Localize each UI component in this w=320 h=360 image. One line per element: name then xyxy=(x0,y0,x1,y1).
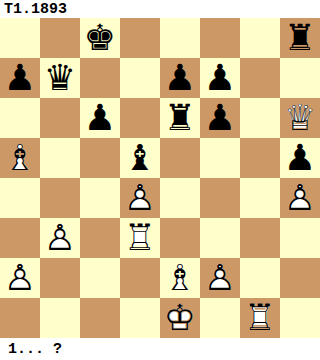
white-king-outline: ♔ xyxy=(160,298,200,338)
square-h8[interactable]: ♜ xyxy=(280,18,320,58)
square-h6[interactable]: ♛♕ xyxy=(280,98,320,138)
chess-board: ♚♜♟♛♟♟♟♜♟♛♕♝♗♝♟♟♙♟♙♟♙♜♖♟♙♝♗♟♙♚♔♜♖ xyxy=(0,18,320,338)
piece-black-king[interactable]: ♚ xyxy=(80,18,120,58)
piece-white-pawn[interactable]: ♟♙ xyxy=(0,258,40,298)
white-pawn-outline: ♙ xyxy=(280,178,320,218)
square-h5[interactable]: ♟ xyxy=(280,138,320,178)
white-pawn-outline: ♙ xyxy=(200,258,240,298)
square-c2[interactable] xyxy=(80,258,120,298)
square-h7[interactable] xyxy=(280,58,320,98)
white-bishop-outline: ♗ xyxy=(0,138,40,178)
piece-black-bishop[interactable]: ♝ xyxy=(120,138,160,178)
piece-white-pawn[interactable]: ♟♙ xyxy=(280,178,320,218)
square-g2[interactable] xyxy=(240,258,280,298)
piece-white-queen[interactable]: ♛♕ xyxy=(280,98,320,138)
piece-black-queen[interactable]: ♛ xyxy=(40,58,80,98)
square-f4[interactable] xyxy=(200,178,240,218)
square-g1[interactable]: ♜♖ xyxy=(240,298,280,338)
square-a2[interactable]: ♟♙ xyxy=(0,258,40,298)
square-d3[interactable]: ♜♖ xyxy=(120,218,160,258)
square-h1[interactable] xyxy=(280,298,320,338)
square-c3[interactable] xyxy=(80,218,120,258)
square-b4[interactable] xyxy=(40,178,80,218)
square-f2[interactable]: ♟♙ xyxy=(200,258,240,298)
square-a5[interactable]: ♝♗ xyxy=(0,138,40,178)
square-b5[interactable] xyxy=(40,138,80,178)
black-queen-glyph: ♛ xyxy=(40,58,80,98)
square-c6[interactable]: ♟ xyxy=(80,98,120,138)
square-b7[interactable]: ♛ xyxy=(40,58,80,98)
square-e8[interactable] xyxy=(160,18,200,58)
square-b2[interactable] xyxy=(40,258,80,298)
black-rook-glyph: ♜ xyxy=(280,18,320,58)
black-king-glyph: ♚ xyxy=(80,18,120,58)
square-e7[interactable]: ♟ xyxy=(160,58,200,98)
piece-black-pawn[interactable]: ♟ xyxy=(200,98,240,138)
square-d5[interactable]: ♝ xyxy=(120,138,160,178)
square-f8[interactable] xyxy=(200,18,240,58)
square-h3[interactable] xyxy=(280,218,320,258)
move-prompt: 1... ? xyxy=(0,338,320,360)
piece-white-king[interactable]: ♚♔ xyxy=(160,298,200,338)
square-a8[interactable] xyxy=(0,18,40,58)
white-queen-outline: ♕ xyxy=(280,98,320,138)
piece-white-pawn[interactable]: ♟♙ xyxy=(120,178,160,218)
square-c8[interactable]: ♚ xyxy=(80,18,120,58)
square-d6[interactable] xyxy=(120,98,160,138)
square-d4[interactable]: ♟♙ xyxy=(120,178,160,218)
square-g5[interactable] xyxy=(240,138,280,178)
piece-white-rook[interactable]: ♜♖ xyxy=(240,298,280,338)
square-b3[interactable]: ♟♙ xyxy=(40,218,80,258)
square-c5[interactable] xyxy=(80,138,120,178)
square-h2[interactable] xyxy=(280,258,320,298)
white-rook-outline: ♖ xyxy=(120,218,160,258)
piece-white-bishop[interactable]: ♝♗ xyxy=(160,258,200,298)
black-pawn-glyph: ♟ xyxy=(160,58,200,98)
square-c7[interactable] xyxy=(80,58,120,98)
piece-black-pawn[interactable]: ♟ xyxy=(0,58,40,98)
square-a7[interactable]: ♟ xyxy=(0,58,40,98)
square-a6[interactable] xyxy=(0,98,40,138)
white-pawn-outline: ♙ xyxy=(40,218,80,258)
square-b8[interactable] xyxy=(40,18,80,58)
piece-black-rook[interactable]: ♜ xyxy=(280,18,320,58)
white-pawn-outline: ♙ xyxy=(120,178,160,218)
piece-white-pawn[interactable]: ♟♙ xyxy=(200,258,240,298)
square-g6[interactable] xyxy=(240,98,280,138)
piece-white-rook[interactable]: ♜♖ xyxy=(120,218,160,258)
square-g4[interactable] xyxy=(240,178,280,218)
piece-black-pawn[interactable]: ♟ xyxy=(280,138,320,178)
square-c1[interactable] xyxy=(80,298,120,338)
square-f3[interactable] xyxy=(200,218,240,258)
black-pawn-glyph: ♟ xyxy=(80,98,120,138)
square-g8[interactable] xyxy=(240,18,280,58)
piece-black-rook[interactable]: ♜ xyxy=(160,98,200,138)
square-a3[interactable] xyxy=(0,218,40,258)
square-d8[interactable] xyxy=(120,18,160,58)
square-e6[interactable]: ♜ xyxy=(160,98,200,138)
square-e2[interactable]: ♝♗ xyxy=(160,258,200,298)
square-e4[interactable] xyxy=(160,178,200,218)
square-g7[interactable] xyxy=(240,58,280,98)
square-a1[interactable] xyxy=(0,298,40,338)
square-e3[interactable] xyxy=(160,218,200,258)
square-f6[interactable]: ♟ xyxy=(200,98,240,138)
piece-black-pawn[interactable]: ♟ xyxy=(80,98,120,138)
black-pawn-glyph: ♟ xyxy=(200,58,240,98)
square-g3[interactable] xyxy=(240,218,280,258)
white-rook-outline: ♖ xyxy=(240,298,280,338)
square-f5[interactable] xyxy=(200,138,240,178)
black-pawn-glyph: ♟ xyxy=(0,58,40,98)
black-pawn-glyph: ♟ xyxy=(280,138,320,178)
square-d2[interactable] xyxy=(120,258,160,298)
square-f1[interactable] xyxy=(200,298,240,338)
white-bishop-outline: ♗ xyxy=(160,258,200,298)
piece-white-bishop[interactable]: ♝♗ xyxy=(0,138,40,178)
piece-black-pawn[interactable]: ♟ xyxy=(160,58,200,98)
puzzle-id: T1.1893 xyxy=(0,0,320,18)
square-h4[interactable]: ♟♙ xyxy=(280,178,320,218)
black-bishop-glyph: ♝ xyxy=(120,138,160,178)
square-e1[interactable]: ♚♔ xyxy=(160,298,200,338)
black-pawn-glyph: ♟ xyxy=(200,98,240,138)
piece-black-pawn[interactable]: ♟ xyxy=(200,58,240,98)
white-pawn-outline: ♙ xyxy=(0,258,40,298)
black-rook-glyph: ♜ xyxy=(160,98,200,138)
piece-white-pawn[interactable]: ♟♙ xyxy=(40,218,80,258)
square-d1[interactable] xyxy=(120,298,160,338)
square-c4[interactable] xyxy=(80,178,120,218)
square-b1[interactable] xyxy=(40,298,80,338)
square-e5[interactable] xyxy=(160,138,200,178)
square-d7[interactable] xyxy=(120,58,160,98)
square-a4[interactable] xyxy=(0,178,40,218)
square-b6[interactable] xyxy=(40,98,80,138)
square-f7[interactable]: ♟ xyxy=(200,58,240,98)
